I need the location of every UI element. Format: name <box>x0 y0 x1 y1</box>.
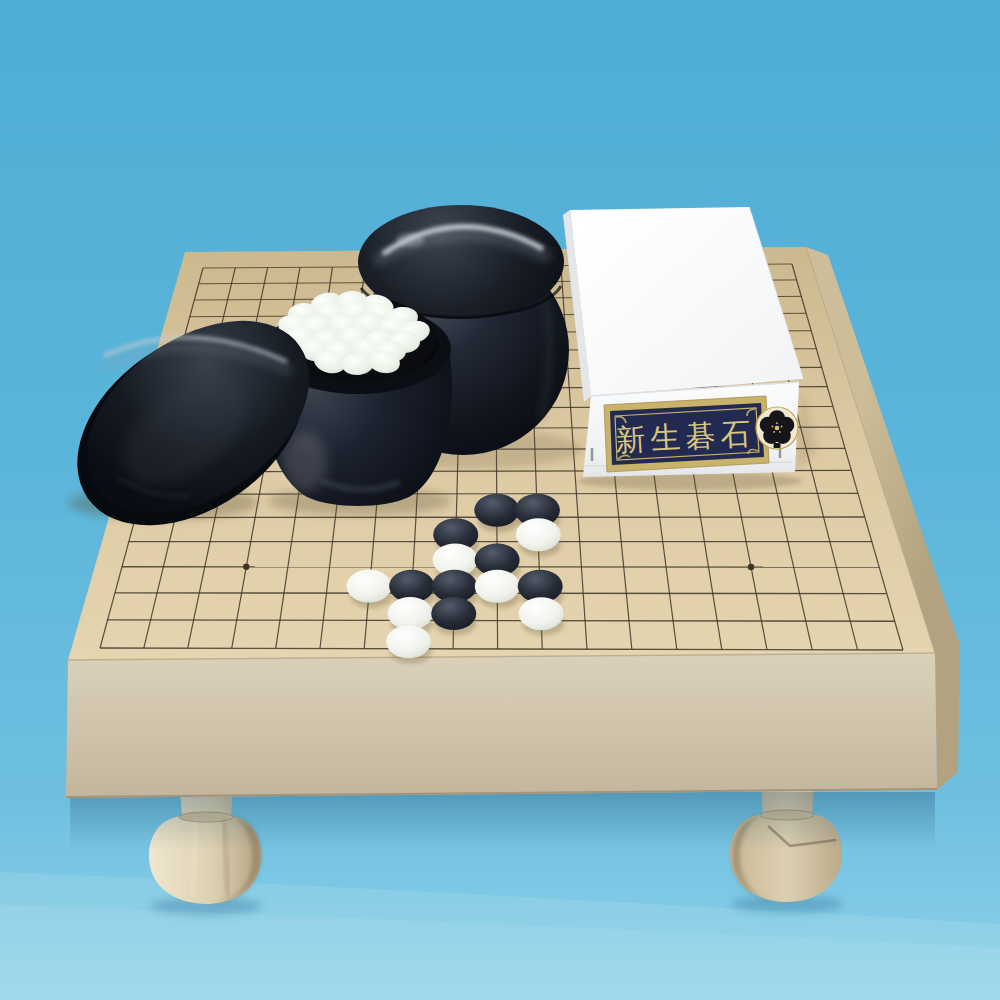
go-stone-white <box>519 597 564 630</box>
go-stone-black <box>474 494 519 527</box>
go-stone-white <box>388 597 433 630</box>
go-stone-white <box>386 625 431 658</box>
label-text: 新生碁石 <box>615 415 757 457</box>
star-point <box>748 564 754 570</box>
plum-crest <box>756 407 798 449</box>
board-underside-shadow <box>70 792 935 850</box>
scene: 新生碁石 <box>0 0 1000 1000</box>
go-stone-white <box>347 570 392 603</box>
board-front-face <box>66 653 937 798</box>
go-stone-black <box>431 597 476 630</box>
go-stone-white <box>516 518 561 551</box>
star-point <box>243 564 249 570</box>
stone-box-label: 新生碁石 <box>604 396 769 472</box>
go-set-photo: 新生碁石 <box>0 0 1000 1000</box>
go-stone-white <box>475 570 520 603</box>
